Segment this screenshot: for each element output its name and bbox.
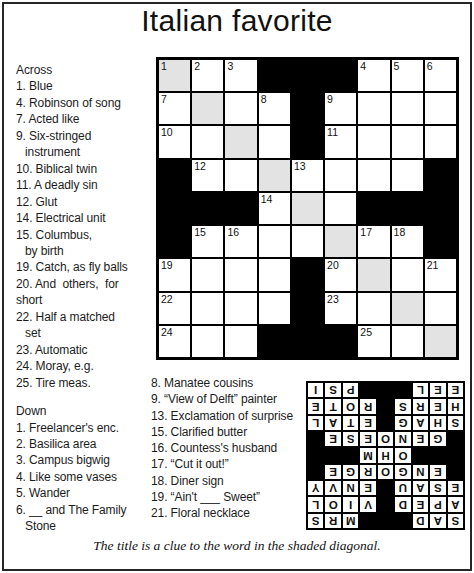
clue-number: 9 [327,93,333,105]
grid-cell[interactable] [259,226,290,257]
clue-number: 7 [161,93,167,105]
answer-black-cell [308,432,323,446]
answer-letter-cell: H [430,416,445,430]
grid-cell[interactable] [225,259,256,290]
shaded-cell[interactable]: 1 [159,60,190,91]
answer-letter-cell: H [448,399,463,413]
grid-cell[interactable]: 8 [259,93,290,124]
clue-number: 21 [427,259,439,271]
answer-black-cell [378,481,393,495]
answer-black-cell [325,448,340,462]
answer-letter-cell: L [308,416,323,430]
grid-cell[interactable]: 2 [192,60,223,91]
answer-black-cell [343,448,358,462]
answer-letter-cell: E [430,383,445,397]
answer-letter-cell: S [448,514,463,528]
clue-line: 19. Catch, as fly balls [16,259,154,275]
clue-number: 18 [394,226,406,238]
grid-cell[interactable]: 10 [159,126,190,157]
grid-cell[interactable] [192,259,223,290]
black-cell [425,193,456,224]
clue-line: 7. Acted like [16,111,154,127]
answer-letter-cell: G [430,432,445,446]
answer-black-cell [378,416,393,430]
answer-letter-cell: E [413,497,428,511]
answer-letter-cell: S [395,399,410,413]
answer-letter-cell: L [413,383,428,397]
answer-black-cell [360,383,375,397]
clue-line: 12. Glut [16,194,154,210]
answer-letter-cell: A [413,416,428,430]
clue-line: instrument [16,144,154,160]
answer-letter-cell: N [395,432,410,446]
answer-letter-cell: V [360,497,375,511]
grid-cell[interactable] [358,160,389,191]
grid-cell[interactable]: 18 [392,226,423,257]
grid-cell[interactable]: 3 [225,60,256,91]
answer-letter-cell: S [325,383,340,397]
page-title: Italian favorite [0,4,474,38]
grid-cell[interactable] [259,126,290,157]
clue-line: 13. Exclamation of surprise [151,408,307,424]
grid-cell[interactable] [192,293,223,324]
answer-black-cell [378,399,393,413]
answer-letter-cell: E [413,432,428,446]
grid-cell[interactable] [425,93,456,124]
answer-letter-cell: S [343,432,358,446]
clue-line: 18. Diner sign [151,473,307,489]
answer-letter-cell: E [430,399,445,413]
grid-cell[interactable]: 17 [358,226,389,257]
answer-letter-cell: V [325,481,340,495]
shaded-cell[interactable] [192,93,223,124]
answer-black-cell [360,514,375,528]
answer-letter-cell: M [360,448,375,462]
clue-number: 20 [327,259,339,271]
answer-black-cell [413,448,428,462]
grid-cell[interactable] [358,93,389,124]
clue-number: 5 [394,60,400,72]
answer-black-cell [308,448,323,462]
grid-cell[interactable] [392,326,423,357]
clue-line: 23. Automatic [16,342,154,358]
clue-number: 11 [327,126,338,138]
answer-black-cell [378,514,393,528]
answer-letter-cell: L [308,497,323,511]
clue-line: by birth [16,243,154,259]
answer-black-cell [378,497,393,511]
black-cell [358,193,389,224]
clue-number: 14 [261,193,273,205]
black-cell [159,160,190,191]
clue-number: 25 [360,326,372,338]
clue-line: 25. Tire meas. [16,375,154,391]
clue-number: 13 [294,160,306,172]
clue-number: 24 [161,326,173,338]
black-cell [425,226,456,257]
clue-number: 19 [161,259,173,271]
black-cell [325,326,356,357]
clue-number: 17 [360,226,372,238]
clue-line: 14. Electrical unit [16,210,154,226]
answer-letter-cell: E [448,383,463,397]
answer-letter-cell: G [395,416,410,430]
grid-cell[interactable] [259,259,290,290]
answer-letter-cell: N [343,481,358,495]
clue-number: 6 [427,60,433,72]
grid-cell[interactable]: 7 [159,93,190,124]
grid-cell[interactable] [425,293,456,324]
answer-letter-cell: S [430,481,445,495]
answer-letter-cell: O [325,497,340,511]
answer-letter-cell: E [308,399,323,413]
answer-letter-cell: O [378,432,393,446]
clue-line: Stone [16,518,154,534]
shaded-cell[interactable] [225,126,256,157]
grid-cell[interactable] [325,193,356,224]
answer-letter-cell: R [360,399,375,413]
answer-key-grid: SADMRSAPEDVIOLESAUENVYENGORGEOHMGENOESES… [306,381,465,530]
down-clues-bottom-column: 8. Manatee cousins9. “View of Delft” pai… [151,375,307,521]
grid-cell[interactable]: 20 [325,259,356,290]
grid-cell[interactable] [358,293,389,324]
answer-letter-cell: O [343,399,358,413]
clue-number: 3 [227,60,233,72]
grid-cell[interactable] [225,326,256,357]
black-cell [292,126,323,157]
answer-letter-cell: O [395,448,410,462]
clue-number: 12 [194,160,206,172]
answer-letter-cell: E [360,432,375,446]
grid-cell[interactable] [259,293,290,324]
answer-black-cell [448,448,463,462]
clue-section-heading: Down [16,403,154,419]
black-cell [292,326,323,357]
clue-line: 6. __ and The Family [16,502,154,518]
black-cell [192,193,223,224]
clue-section-heading: Across [16,62,154,78]
answer-letter-cell: E [360,481,375,495]
grid-cell[interactable] [392,93,423,124]
grid-cell[interactable]: 11 [325,126,356,157]
shaded-cell[interactable] [425,326,456,357]
answer-black-cell [308,465,323,479]
clue-line: 17. “Cut it out!” [151,456,307,472]
answer-letter-cell: R [325,514,340,528]
clue-line: 9. “View of Delft” painter [151,391,307,407]
grid-cell[interactable] [292,226,323,257]
answer-letter-cell: D [395,497,410,511]
black-cell [392,193,423,224]
black-cell [292,259,323,290]
black-cell [292,60,323,91]
grid-cell[interactable] [358,126,389,157]
answer-letter-cell: A [413,481,428,495]
shaded-cell[interactable] [292,193,323,224]
clues-left-column: Across1. Blue4. Robinson of song7. Acted… [16,62,154,535]
clue-line: 9. Six-stringed [16,128,154,144]
shaded-cell[interactable] [325,226,356,257]
answer-black-cell [448,465,463,479]
clue-number: 22 [161,293,173,305]
answer-letter-cell: M [343,514,358,528]
shaded-cell[interactable] [358,259,389,290]
clue-number: 15 [194,226,206,238]
clue-line: 1. Blue [16,78,154,94]
grid-cell[interactable]: 9 [325,93,356,124]
answer-letter-cell: T [343,416,358,430]
clue-line: set [16,325,154,341]
answer-letter-cell: T [325,399,340,413]
black-cell [325,60,356,91]
answer-letter-cell: U [395,481,410,495]
clue-number: 1 [161,60,167,72]
clue-line: short [16,292,154,308]
grid-cell[interactable] [392,126,423,157]
black-cell [425,160,456,191]
answer-black-cell [430,448,445,462]
clue-line: 5. Wander [16,485,154,501]
clue-line: 11. A deadly sin [16,177,154,193]
clue-number: 8 [261,93,267,105]
answer-letter-cell: H [378,448,393,462]
grid-cell[interactable] [225,93,256,124]
hint-caption: The title is a clue to the word in the s… [0,538,474,554]
grid-cell[interactable]: 19 [159,259,190,290]
grid-cell[interactable]: 12 [192,160,223,191]
answer-black-cell [378,383,393,397]
clue-number: 4 [360,60,366,72]
answer-black-cell [395,383,410,397]
grid-cell[interactable]: 14 [259,193,290,224]
answer-letter-cell: P [430,497,445,511]
grid-cell[interactable] [192,126,223,157]
section-gap [16,391,154,403]
black-cell [259,60,290,91]
answer-letter-cell: E [325,432,340,446]
clue-line: 2. Basilica area [16,436,154,452]
grid-cell[interactable]: 6 [425,60,456,91]
answer-letter-cell: A [448,497,463,511]
answer-letter-cell: P [343,383,358,397]
clue-line: 16. Countess's husband [151,440,307,456]
clue-number: 2 [194,60,200,72]
grid-cell[interactable] [392,259,423,290]
grid-cell[interactable]: 23 [325,293,356,324]
black-cell [159,193,190,224]
answer-letter-cell: E [448,481,463,495]
grid-cell[interactable]: 21 [425,259,456,290]
answer-black-cell [395,514,410,528]
clue-line: 4. Like some vases [16,469,154,485]
grid-cell[interactable]: 24 [159,326,190,357]
answer-black-cell [448,432,463,446]
answer-letter-cell: R [360,465,375,479]
answer-letter-cell: D [413,514,428,528]
answer-letter-cell: A [430,514,445,528]
answer-letter-cell: I [343,497,358,511]
grid-cell[interactable]: 4 [358,60,389,91]
crossword-grid: 1234567891011121314151617181920212223242… [156,57,459,360]
clue-number: 23 [327,293,339,305]
black-cell [259,326,290,357]
black-cell [225,193,256,224]
clue-line: 1. Freelancer's enc. [16,420,154,436]
clue-number: 10 [161,126,173,138]
clue-line: 15. Clarified butter [151,424,307,440]
clue-line: 24. Moray, e.g. [16,358,154,374]
grid-cell[interactable]: 16 [225,226,256,257]
answer-letter-cell: Y [308,481,323,495]
clue-line: 19. “Ain't ___ Sweet” [151,489,307,505]
clue-line: 20. And others, for [16,276,154,292]
puzzle-page: Italian favorite Across1. Blue4. Robinso… [0,0,474,573]
black-cell [292,293,323,324]
answer-letter-cell: E [325,465,340,479]
answer-letter-cell: G [395,465,410,479]
answer-letter-cell: O [378,465,393,479]
answer-letter-cell: S [448,416,463,430]
grid-cell[interactable] [425,126,456,157]
grid-cell[interactable] [392,160,423,191]
clue-line: 15. Columbus, [16,227,154,243]
shaded-cell[interactable] [259,160,290,191]
grid-cell[interactable]: 22 [159,293,190,324]
answer-letter-cell: S [308,514,323,528]
grid-cell[interactable] [225,160,256,191]
clue-line: 22. Half a matched [16,309,154,325]
grid-cell[interactable]: 5 [392,60,423,91]
answer-letter-cell: N [413,465,428,479]
answer-letter-cell: A [325,416,340,430]
grid-cell[interactable] [192,326,223,357]
answer-letter-cell: R [413,399,428,413]
grid-cell[interactable]: 25 [358,326,389,357]
grid-cell[interactable]: 15 [192,226,223,257]
black-cell [292,93,323,124]
shaded-cell[interactable] [392,293,423,324]
answer-letter-cell: I [308,383,323,397]
grid-cell[interactable]: 13 [292,160,323,191]
answer-letter-cell: E [430,465,445,479]
clue-line: 10. Biblical twin [16,161,154,177]
clue-line: 3. Campus bigwig [16,452,154,468]
clue-number: 16 [227,226,239,238]
clue-line: 8. Manatee cousins [151,375,307,391]
answer-letter-cell: E [360,416,375,430]
clue-line: 4. Robinson of song [16,95,154,111]
grid-cell[interactable] [325,160,356,191]
clue-line: 21. Floral necklace [151,505,307,521]
black-cell [159,226,190,257]
grid-cell[interactable] [225,293,256,324]
answer-letter-cell: G [343,465,358,479]
